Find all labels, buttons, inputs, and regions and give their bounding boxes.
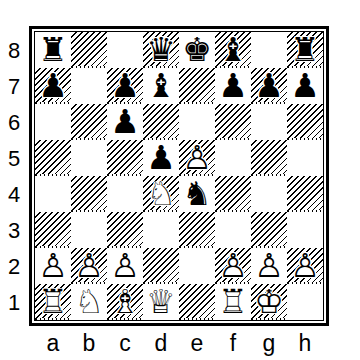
piece-white-pawn-a2[interactable]: ♟♙ bbox=[35, 248, 71, 284]
rank-label-1: 1 bbox=[0, 285, 28, 321]
piece-white-rook-a1[interactable]: ♜♖ bbox=[35, 284, 71, 320]
square-e3[interactable] bbox=[179, 212, 215, 248]
square-g5[interactable] bbox=[251, 140, 287, 176]
piece-outline-layer: ♙ bbox=[287, 248, 323, 284]
piece-white-pawn-f2[interactable]: ♟♙ bbox=[215, 248, 251, 284]
piece-black-pawn-c6[interactable]: ♟ bbox=[107, 104, 143, 140]
piece-black-knight-e4[interactable]: ♞ bbox=[179, 176, 215, 212]
square-d6[interactable] bbox=[143, 104, 179, 140]
piece-white-rook-f1[interactable]: ♜♖ bbox=[215, 284, 251, 320]
rank-label-6: 6 bbox=[0, 105, 28, 141]
square-d3[interactable] bbox=[143, 212, 179, 248]
square-a2[interactable]: ♟♙ bbox=[35, 248, 71, 284]
square-f8[interactable]: ♝ bbox=[215, 32, 251, 68]
square-c6[interactable]: ♟ bbox=[107, 104, 143, 140]
piece-white-pawn-e5[interactable]: ♟♙ bbox=[179, 140, 215, 176]
piece-white-knight-d4[interactable]: ♞♘ bbox=[143, 176, 179, 212]
square-h7[interactable]: ♟ bbox=[287, 68, 323, 104]
square-g2[interactable]: ♟♙ bbox=[251, 248, 287, 284]
piece-black-pawn-c7[interactable]: ♟ bbox=[107, 68, 143, 104]
piece-black-rook-h8[interactable]: ♜ bbox=[287, 32, 323, 68]
file-label-b: b bbox=[71, 328, 107, 358]
square-a8[interactable]: ♜ bbox=[35, 32, 71, 68]
square-c2[interactable]: ♟♙ bbox=[107, 248, 143, 284]
square-d7[interactable]: ♝ bbox=[143, 68, 179, 104]
piece-black-pawn-a7[interactable]: ♟ bbox=[35, 68, 71, 104]
square-a4[interactable] bbox=[35, 176, 71, 212]
square-a7[interactable]: ♟ bbox=[35, 68, 71, 104]
square-b4[interactable] bbox=[71, 176, 107, 212]
rank-label-4: 4 bbox=[0, 177, 28, 213]
piece-black-pawn-h7[interactable]: ♟ bbox=[287, 68, 323, 104]
piece-outline-layer: ♙ bbox=[71, 248, 107, 284]
piece-outline-layer: ♙ bbox=[251, 248, 287, 284]
square-a6[interactable] bbox=[35, 104, 71, 140]
square-c1[interactable]: ♝♗ bbox=[107, 284, 143, 320]
piece-outline-layer: ♙ bbox=[107, 248, 143, 284]
square-b5[interactable] bbox=[71, 140, 107, 176]
square-h1[interactable] bbox=[287, 284, 323, 320]
piece-white-pawn-c2[interactable]: ♟♙ bbox=[107, 248, 143, 284]
file-label-f: f bbox=[215, 328, 251, 358]
piece-outline-layer: ♙ bbox=[215, 248, 251, 284]
square-b3[interactable] bbox=[71, 212, 107, 248]
square-h2[interactable]: ♟♙ bbox=[287, 248, 323, 284]
square-d4[interactable]: ♞♘ bbox=[143, 176, 179, 212]
piece-outline-layer: ♘ bbox=[71, 284, 107, 320]
square-f4[interactable] bbox=[215, 176, 251, 212]
square-g1[interactable]: ♚♔ bbox=[251, 284, 287, 320]
square-d8[interactable]: ♛ bbox=[143, 32, 179, 68]
rank-label-3: 3 bbox=[0, 213, 28, 249]
square-c7[interactable]: ♟ bbox=[107, 68, 143, 104]
square-g7[interactable]: ♟ bbox=[251, 68, 287, 104]
square-c5[interactable] bbox=[107, 140, 143, 176]
square-c3[interactable] bbox=[107, 212, 143, 248]
square-a5[interactable] bbox=[35, 140, 71, 176]
piece-outline-layer: ♙ bbox=[179, 140, 215, 176]
file-label-c: c bbox=[107, 328, 143, 358]
file-label-h: h bbox=[287, 328, 323, 358]
piece-outline-layer: ♕ bbox=[143, 284, 179, 320]
square-e8[interactable]: ♚ bbox=[179, 32, 215, 68]
square-c8[interactable] bbox=[107, 32, 143, 68]
square-c4[interactable] bbox=[107, 176, 143, 212]
square-h4[interactable] bbox=[287, 176, 323, 212]
chess-board: ♜♛♚♝♜♟♟♝♟♟♟♟♟♟♙♞♘♞♟♙♟♙♟♙♟♙♟♙♟♙♜♖♞♘♝♗♛♕♜♖… bbox=[35, 32, 323, 320]
square-f3[interactable] bbox=[215, 212, 251, 248]
piece-outline-layer: ♙ bbox=[35, 248, 71, 284]
piece-black-pawn-d5[interactable]: ♟ bbox=[143, 140, 179, 176]
square-b6[interactable] bbox=[71, 104, 107, 140]
square-h5[interactable] bbox=[287, 140, 323, 176]
piece-outline-layer: ♖ bbox=[215, 284, 251, 320]
square-b7[interactable] bbox=[71, 68, 107, 104]
rank-label-5: 5 bbox=[0, 141, 28, 177]
square-b1[interactable]: ♞♘ bbox=[71, 284, 107, 320]
square-b8[interactable] bbox=[71, 32, 107, 68]
piece-white-pawn-b2[interactable]: ♟♙ bbox=[71, 248, 107, 284]
piece-black-pawn-g7[interactable]: ♟ bbox=[251, 68, 287, 104]
square-e4[interactable]: ♞ bbox=[179, 176, 215, 212]
piece-black-bishop-f8[interactable]: ♝ bbox=[215, 32, 251, 68]
square-b2[interactable]: ♟♙ bbox=[71, 248, 107, 284]
file-label-a: a bbox=[35, 328, 71, 358]
square-a1[interactable]: ♜♖ bbox=[35, 284, 71, 320]
piece-outline-layer: ♖ bbox=[35, 284, 71, 320]
file-labels: abcdefgh bbox=[35, 328, 323, 358]
piece-outline-layer: ♘ bbox=[143, 176, 179, 212]
square-e6[interactable] bbox=[179, 104, 215, 140]
piece-outline-layer: ♗ bbox=[107, 284, 143, 320]
rank-label-2: 2 bbox=[0, 249, 28, 285]
square-a3[interactable] bbox=[35, 212, 71, 248]
rank-labels: 87654321 bbox=[0, 33, 28, 321]
file-label-g: g bbox=[251, 328, 287, 358]
piece-white-pawn-h2[interactable]: ♟♙ bbox=[287, 248, 323, 284]
square-g8[interactable] bbox=[251, 32, 287, 68]
chess-diagram: 87654321 ♜♛♚♝♜♟♟♝♟♟♟♟♟♟♙♞♘♞♟♙♟♙♟♙♟♙♟♙♟♙♜… bbox=[0, 0, 360, 360]
piece-white-king-g1[interactable]: ♚♔ bbox=[251, 284, 287, 320]
piece-outline-layer: ♔ bbox=[251, 284, 287, 320]
square-f6[interactable] bbox=[215, 104, 251, 140]
piece-black-bishop-d7[interactable]: ♝ bbox=[143, 68, 179, 104]
square-f5[interactable] bbox=[215, 140, 251, 176]
square-e1[interactable] bbox=[179, 284, 215, 320]
square-g4[interactable] bbox=[251, 176, 287, 212]
square-f2[interactable]: ♟♙ bbox=[215, 248, 251, 284]
square-g3[interactable] bbox=[251, 212, 287, 248]
piece-black-queen-d8[interactable]: ♛ bbox=[143, 32, 179, 68]
file-label-d: d bbox=[143, 328, 179, 358]
square-g6[interactable] bbox=[251, 104, 287, 140]
board-frame: ♜♛♚♝♜♟♟♝♟♟♟♟♟♟♙♞♘♞♟♙♟♙♟♙♟♙♟♙♟♙♜♖♞♘♝♗♛♕♜♖… bbox=[29, 26, 329, 326]
piece-black-rook-a8[interactable]: ♜ bbox=[35, 32, 71, 68]
square-e2[interactable] bbox=[179, 248, 215, 284]
piece-white-knight-b1[interactable]: ♞♘ bbox=[71, 284, 107, 320]
square-e7[interactable] bbox=[179, 68, 215, 104]
square-h3[interactable] bbox=[287, 212, 323, 248]
square-e5[interactable]: ♟♙ bbox=[179, 140, 215, 176]
rank-label-8: 8 bbox=[0, 33, 28, 69]
piece-black-pawn-f7[interactable]: ♟ bbox=[215, 68, 251, 104]
square-d2[interactable] bbox=[143, 248, 179, 284]
square-h8[interactable]: ♜ bbox=[287, 32, 323, 68]
rank-label-7: 7 bbox=[0, 69, 28, 105]
square-d1[interactable]: ♛♕ bbox=[143, 284, 179, 320]
board-inner-frame: ♜♛♚♝♜♟♟♝♟♟♟♟♟♟♙♞♘♞♟♙♟♙♟♙♟♙♟♙♟♙♜♖♞♘♝♗♛♕♜♖… bbox=[34, 31, 324, 321]
file-label-e: e bbox=[179, 328, 215, 358]
square-h6[interactable] bbox=[287, 104, 323, 140]
square-d5[interactable]: ♟ bbox=[143, 140, 179, 176]
piece-white-queen-d1[interactable]: ♛♕ bbox=[143, 284, 179, 320]
piece-white-bishop-c1[interactable]: ♝♗ bbox=[107, 284, 143, 320]
square-f7[interactable]: ♟ bbox=[215, 68, 251, 104]
square-f1[interactable]: ♜♖ bbox=[215, 284, 251, 320]
piece-white-pawn-g2[interactable]: ♟♙ bbox=[251, 248, 287, 284]
piece-black-king-e8[interactable]: ♚ bbox=[179, 32, 215, 68]
